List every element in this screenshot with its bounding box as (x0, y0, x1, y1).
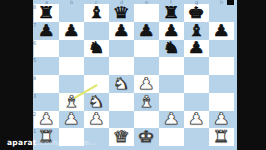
square-f3[interactable] (159, 93, 184, 111)
square-d6[interactable] (109, 40, 134, 58)
square-g5[interactable] (184, 57, 209, 75)
square-b3[interactable]: ♝ (59, 93, 84, 111)
square-c2[interactable]: ♟ (84, 111, 109, 129)
white-rook[interactable]: ♜ (213, 129, 230, 145)
square-f6[interactable]: ♞ (159, 40, 184, 58)
square-d2[interactable] (109, 111, 134, 129)
square-f8[interactable]: ♜ (159, 4, 184, 22)
white-pawn[interactable]: ♟ (163, 111, 180, 127)
square-c7[interactable] (84, 22, 109, 40)
square-d7[interactable]: ♟ (109, 22, 134, 40)
white-pawn[interactable]: ♟ (213, 111, 230, 127)
square-e5[interactable] (134, 57, 159, 75)
square-a3[interactable] (34, 93, 59, 111)
square-c3[interactable]: ♞ (84, 93, 109, 111)
square-d8[interactable]: ♛ (109, 4, 134, 22)
square-e6[interactable] (134, 40, 159, 58)
watermark-bold: aparat (7, 138, 37, 147)
square-h6[interactable] (209, 40, 234, 58)
square-b8[interactable] (59, 4, 84, 22)
black-queen[interactable]: ♛ (113, 5, 130, 21)
square-a6[interactable] (34, 40, 59, 58)
square-g7[interactable]: ♝ (184, 22, 209, 40)
square-g6[interactable]: ♟ (184, 40, 209, 58)
left-letterbox (0, 0, 33, 150)
square-f7[interactable]: ♟ (159, 22, 184, 40)
chess-board: ♜♝♛♜♚♟♟♟♟♟♝♟♞♞♟♞♟♝♞♝♟♟♟♟♟♟♜♛♚♜ 87654321a… (33, 0, 237, 150)
square-a5[interactable] (34, 57, 59, 75)
square-b6[interactable] (59, 40, 84, 58)
black-pawn[interactable]: ♟ (163, 23, 180, 39)
black-pawn[interactable]: ♟ (213, 23, 230, 39)
white-bishop[interactable]: ♝ (138, 94, 155, 110)
square-d1[interactable]: ♛ (109, 128, 134, 146)
square-h5[interactable] (209, 57, 234, 75)
square-e4[interactable]: ♟ (134, 75, 159, 93)
square-h1[interactable]: ♜ (209, 128, 234, 146)
white-pawn[interactable]: ♟ (38, 111, 55, 127)
black-pawn[interactable]: ♟ (188, 40, 205, 56)
square-h3[interactable] (209, 93, 234, 111)
square-b2[interactable]: ♟ (59, 111, 84, 129)
board-grid: ♜♝♛♜♚♟♟♟♟♟♝♟♞♞♟♞♟♝♞♝♟♟♟♟♟♟♜♛♚♜ (34, 4, 234, 146)
black-knight[interactable]: ♞ (88, 40, 105, 56)
white-knight[interactable]: ♞ (113, 76, 130, 92)
black-king[interactable]: ♚ (188, 5, 205, 21)
black-bishop[interactable]: ♝ (88, 5, 105, 21)
right-letterbox (237, 0, 266, 150)
square-b4[interactable] (59, 75, 84, 93)
black-pawn[interactable]: ♟ (138, 23, 155, 39)
square-b5[interactable] (59, 57, 84, 75)
square-f2[interactable]: ♟ (159, 111, 184, 129)
square-h7[interactable]: ♟ (209, 22, 234, 40)
black-pawn[interactable]: ♟ (63, 23, 80, 39)
square-g1[interactable] (184, 128, 209, 146)
corner-marker (227, 0, 234, 5)
black-rook[interactable]: ♜ (163, 5, 180, 21)
white-king[interactable]: ♚ (138, 129, 155, 145)
square-e7[interactable]: ♟ (134, 22, 159, 40)
square-d5[interactable] (109, 57, 134, 75)
watermark-faint: .com/…nche… (37, 138, 97, 147)
square-a7[interactable]: ♟ (34, 22, 59, 40)
black-knight[interactable]: ♞ (163, 40, 180, 56)
square-g2[interactable]: ♟ (184, 111, 209, 129)
white-pawn[interactable]: ♟ (138, 76, 155, 92)
black-pawn[interactable]: ♟ (38, 23, 55, 39)
square-c4[interactable] (84, 75, 109, 93)
black-pawn[interactable]: ♟ (113, 23, 130, 39)
square-e8[interactable] (134, 4, 159, 22)
square-e1[interactable]: ♚ (134, 128, 159, 146)
white-pawn[interactable]: ♟ (63, 111, 80, 127)
square-a2[interactable]: ♟ (34, 111, 59, 129)
square-e2[interactable] (134, 111, 159, 129)
square-e3[interactable]: ♝ (134, 93, 159, 111)
square-a8[interactable]: ♜ (34, 4, 59, 22)
square-b7[interactable]: ♟ (59, 22, 84, 40)
white-queen[interactable]: ♛ (113, 129, 130, 145)
square-g8[interactable]: ♚ (184, 4, 209, 22)
square-h4[interactable] (209, 75, 234, 93)
square-c8[interactable]: ♝ (84, 4, 109, 22)
square-f4[interactable] (159, 75, 184, 93)
white-bishop[interactable]: ♝ (63, 94, 80, 110)
square-f5[interactable] (159, 57, 184, 75)
square-g3[interactable] (184, 93, 209, 111)
white-pawn[interactable]: ♟ (188, 111, 205, 127)
white-knight[interactable]: ♞ (88, 94, 105, 110)
square-h2[interactable]: ♟ (209, 111, 234, 129)
square-g4[interactable] (184, 75, 209, 93)
square-f1[interactable] (159, 128, 184, 146)
white-pawn[interactable]: ♟ (88, 111, 105, 127)
watermark: aparat.com/…nche… (7, 138, 97, 147)
black-rook[interactable]: ♜ (38, 5, 55, 21)
square-d4[interactable]: ♞ (109, 75, 134, 93)
square-c6[interactable]: ♞ (84, 40, 109, 58)
square-h8[interactable] (209, 4, 234, 22)
square-d3[interactable] (109, 93, 134, 111)
square-a4[interactable] (34, 75, 59, 93)
black-bishop[interactable]: ♝ (188, 23, 205, 39)
square-c5[interactable] (84, 57, 109, 75)
